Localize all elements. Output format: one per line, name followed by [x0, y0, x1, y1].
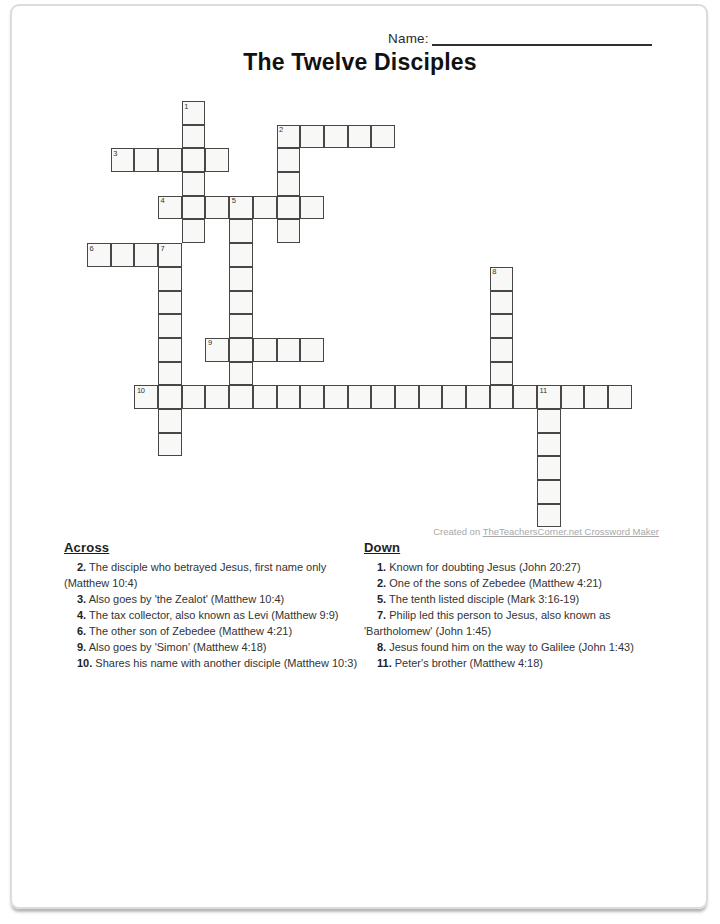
clue-text: The disciple who betrayed Jesus, first n… [64, 561, 326, 589]
across-clue-item: 9. Also goes by 'Simon' (Matthew 4:18) [64, 639, 369, 655]
clue-number: 7. [377, 609, 386, 621]
clue-text: The tenth listed disciple (Mark 3:16-19) [386, 593, 579, 605]
grid-cell[interactable] [253, 338, 277, 362]
grid-cell[interactable] [490, 362, 514, 386]
grid-cell[interactable] [490, 291, 514, 315]
clue-number: 9. [77, 641, 86, 653]
grid-cell[interactable] [513, 385, 537, 409]
clue-text: Shares his name with another disciple (M… [92, 657, 357, 669]
grid-cell[interactable] [537, 456, 561, 480]
down-clues-section: Down 1. Known for doubting Jesus (John 2… [364, 540, 669, 671]
grid-cell[interactable]: 2 [277, 125, 301, 149]
grid-cell[interactable] [229, 267, 253, 291]
down-clue-item: 1. Known for doubting Jesus (John 20:27) [364, 559, 669, 575]
grid-cell[interactable]: 6 [87, 243, 111, 267]
grid-cell[interactable] [229, 291, 253, 315]
grid-cell[interactable] [277, 148, 301, 172]
grid-cell[interactable] [253, 385, 277, 409]
cell-number: 7 [161, 244, 165, 253]
grid-cell[interactable] [205, 196, 229, 220]
across-clue-item: 10. Shares his name with another discipl… [64, 655, 369, 671]
clue-number: 6. [77, 625, 86, 637]
grid-cell[interactable] [182, 172, 206, 196]
grid-cell[interactable]: 9 [205, 338, 229, 362]
grid-cell[interactable] [158, 385, 182, 409]
grid-cell[interactable] [229, 338, 253, 362]
cell-number: 4 [161, 196, 165, 205]
clue-number: 3. [77, 593, 86, 605]
grid-cell[interactable] [348, 125, 372, 149]
down-clue-item: 11. Peter's brother (Matthew 4:18) [364, 655, 669, 671]
cell-number: 8 [492, 267, 496, 276]
clue-number: 5. [377, 593, 386, 605]
down-clue-item: 8. Jesus found him on the way to Galilee… [364, 639, 669, 655]
cell-number: 11 [540, 386, 547, 395]
clue-number: 2. [377, 577, 386, 589]
grid-cell[interactable]: 5 [229, 196, 253, 220]
grid-cell[interactable] [537, 433, 561, 457]
cell-number: 2 [279, 125, 283, 134]
cell-number: 3 [113, 149, 117, 158]
across-clues-section: Across 2. The disciple who betrayed Jesu… [64, 540, 369, 671]
grid-cell[interactable] [205, 385, 229, 409]
grid-cell[interactable] [182, 125, 206, 149]
grid-cell[interactable] [300, 196, 324, 220]
grid-cell[interactable] [229, 362, 253, 386]
grid-cell[interactable] [229, 314, 253, 338]
grid-cell[interactable]: 4 [158, 196, 182, 220]
grid-cell[interactable] [277, 385, 301, 409]
down-clue-item: 7. Philip led this person to Jesus, also… [364, 607, 669, 639]
credit-link[interactable]: TheTeachersCorner.net Crossword Maker [483, 526, 659, 537]
grid-cell[interactable] [158, 433, 182, 457]
grid-cell[interactable] [395, 385, 419, 409]
grid-cell[interactable] [419, 385, 443, 409]
cell-number: 5 [232, 196, 236, 205]
grid-cell[interactable] [158, 338, 182, 362]
grid-cell[interactable] [490, 385, 514, 409]
cell-number: 9 [208, 338, 212, 347]
grid-cell[interactable] [134, 148, 158, 172]
grid-cell[interactable] [277, 172, 301, 196]
grid-cell[interactable] [608, 385, 632, 409]
grid-cell[interactable] [371, 125, 395, 149]
clue-text: Also goes by 'Simon' (Matthew 4:18) [86, 641, 266, 653]
crossword-worksheet: { "header": { "name_label": "Name:", "ti… [0, 0, 720, 924]
grid-cell[interactable] [158, 291, 182, 315]
grid-cell[interactable] [229, 243, 253, 267]
grid-cell[interactable] [584, 385, 608, 409]
cell-number: 1 [184, 102, 188, 111]
clue-text: One of the sons of Zebedee (Matthew 4:21… [386, 577, 602, 589]
grid-cell[interactable] [134, 243, 158, 267]
grid-cell[interactable]: 10 [134, 385, 158, 409]
grid-cell[interactable] [277, 196, 301, 220]
grid-cell[interactable] [490, 314, 514, 338]
grid-cell[interactable]: 1 [182, 101, 206, 125]
credit-prefix: Created on [433, 526, 482, 537]
grid-cell[interactable]: 8 [490, 267, 514, 291]
clue-text: Philip led this person to Jesus, also kn… [364, 609, 611, 637]
cell-number: 10 [137, 386, 145, 395]
down-clue-item: 5. The tenth listed disciple (Mark 3:16-… [364, 591, 669, 607]
grid-cell[interactable] [348, 385, 372, 409]
grid-cell[interactable] [182, 385, 206, 409]
clue-number: 2. [77, 561, 86, 573]
grid-cell[interactable] [158, 314, 182, 338]
grid-cell[interactable] [253, 196, 277, 220]
clue-number: 11. [377, 657, 392, 669]
grid-cell[interactable] [158, 267, 182, 291]
across-clue-item: 2. The disciple who betrayed Jesus, firs… [64, 559, 369, 591]
across-heading: Across [64, 540, 369, 555]
grid-cell[interactable] [561, 385, 585, 409]
grid-cell[interactable] [182, 219, 206, 243]
grid-cell[interactable] [229, 385, 253, 409]
across-clue-list: 2. The disciple who betrayed Jesus, firs… [64, 559, 369, 671]
clue-text: Also goes by 'the Zealot' (Matthew 10:4) [86, 593, 284, 605]
grid-cell[interactable] [300, 125, 324, 149]
grid-cell[interactable] [300, 338, 324, 362]
grid-cell[interactable] [371, 385, 395, 409]
clue-number: 10. [77, 657, 92, 669]
grid-cell[interactable] [490, 338, 514, 362]
grid-cell[interactable] [111, 243, 135, 267]
clue-number: 4. [77, 609, 86, 621]
grid-cell[interactable] [537, 504, 561, 528]
down-heading: Down [364, 540, 669, 555]
grid-cell[interactable] [277, 338, 301, 362]
name-input-line[interactable] [432, 30, 652, 46]
grid-cell[interactable] [182, 148, 206, 172]
grid-cell[interactable]: 7 [158, 243, 182, 267]
clue-text: Peter's brother (Matthew 4:18) [392, 657, 543, 669]
down-clue-item: 2. One of the sons of Zebedee (Matthew 4… [364, 575, 669, 591]
grid-cell[interactable] [158, 409, 182, 433]
grid-cell[interactable]: 3 [111, 148, 135, 172]
across-clue-item: 3. Also goes by 'the Zealot' (Matthew 10… [64, 591, 369, 607]
grid-cell[interactable] [324, 125, 348, 149]
credit-line: Created on TheTeachersCorner.net Crosswo… [433, 526, 659, 537]
grid-cell[interactable] [277, 219, 301, 243]
clue-text: The other son of Zebedee (Matthew 4:21) [86, 625, 292, 637]
grid-cell[interactable] [300, 385, 324, 409]
grid-cell[interactable] [158, 362, 182, 386]
grid-cell[interactable] [158, 148, 182, 172]
across-clue-item: 6. The other son of Zebedee (Matthew 4:2… [64, 623, 369, 639]
clue-number: 8. [377, 641, 386, 653]
grid-cell[interactable] [466, 385, 490, 409]
clue-text: The tax collector, also known as Levi (M… [86, 609, 338, 621]
grid-cell[interactable]: 11 [537, 385, 561, 409]
grid-cell[interactable] [442, 385, 466, 409]
cell-number: 6 [90, 244, 94, 253]
name-label: Name: [388, 31, 429, 46]
name-row: Name: [388, 30, 652, 46]
grid-cell[interactable] [324, 385, 348, 409]
grid-cell[interactable] [205, 148, 229, 172]
clue-text: Jesus found him on the way to Galilee (J… [386, 641, 634, 653]
grid-cell[interactable] [537, 409, 561, 433]
clue-text: Known for doubting Jesus (John 20:27) [386, 561, 580, 573]
down-clue-list: 1. Known for doubting Jesus (John 20:27)… [364, 559, 669, 671]
crossword-grid: 1234567891011 [87, 101, 632, 527]
across-clue-item: 4. The tax collector, also known as Levi… [64, 607, 369, 623]
grid-cell[interactable] [229, 219, 253, 243]
page-title: The Twelve Disciples [0, 49, 720, 76]
grid-cell[interactable] [182, 196, 206, 220]
clue-number: 1. [377, 561, 386, 573]
grid-cell[interactable] [537, 480, 561, 504]
